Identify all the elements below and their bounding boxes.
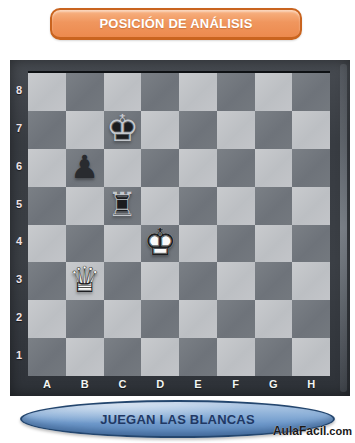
square-d2 <box>141 300 179 338</box>
square-a7 <box>28 111 66 149</box>
square-g2 <box>255 300 293 338</box>
square-h8 <box>292 73 330 111</box>
analysis-position-banner[interactable]: POSICIÓN DE ANÁLISIS <box>50 8 302 40</box>
square-c4 <box>104 225 142 263</box>
square-b2 <box>66 300 104 338</box>
square-a1 <box>28 338 66 376</box>
black-king: ♚♔ <box>104 111 142 149</box>
square-c2 <box>104 300 142 338</box>
square-b5 <box>66 187 104 225</box>
square-e2 <box>179 300 217 338</box>
white-king: ♚♔ <box>141 225 179 263</box>
square-b3: ♛♕ <box>66 262 104 300</box>
square-g8 <box>255 73 293 111</box>
square-c5: ♜♖ <box>104 187 142 225</box>
square-d1 <box>141 338 179 376</box>
square-a8 <box>28 73 66 111</box>
square-c7: ♚♔ <box>104 111 142 149</box>
brand-suffix: .com <box>326 425 352 437</box>
aulafacil-brand: AulaFacil.com <box>273 424 352 438</box>
square-g3 <box>255 262 293 300</box>
square-b7 <box>66 111 104 149</box>
square-h6 <box>292 149 330 187</box>
square-f1 <box>217 338 255 376</box>
chess-board-frame: 87654321 ♚♔♟♜♖♚♔♛♕ ABCDEFGH <box>10 60 350 396</box>
square-d5 <box>141 187 179 225</box>
square-d3 <box>141 262 179 300</box>
square-a6 <box>28 149 66 187</box>
square-g1 <box>255 338 293 376</box>
file-label-h: H <box>292 374 330 394</box>
square-h4 <box>292 225 330 263</box>
square-c1 <box>104 338 142 376</box>
square-g6 <box>255 149 293 187</box>
file-label-a: A <box>28 374 66 394</box>
square-e6 <box>179 149 217 187</box>
rank-labels: 87654321 <box>10 71 28 374</box>
square-d7 <box>141 111 179 149</box>
file-label-d: D <box>141 374 179 394</box>
square-e3 <box>179 262 217 300</box>
black-rook: ♜♖ <box>104 187 142 225</box>
square-f6 <box>217 149 255 187</box>
square-e4 <box>179 225 217 263</box>
file-label-e: E <box>179 374 217 394</box>
square-h3 <box>292 262 330 300</box>
square-f5 <box>217 187 255 225</box>
square-d4: ♚♔ <box>141 225 179 263</box>
white-queen: ♛♕ <box>66 262 104 300</box>
rank-label-6: 6 <box>10 147 28 185</box>
square-f7 <box>217 111 255 149</box>
square-b1 <box>66 338 104 376</box>
square-d6 <box>141 149 179 187</box>
square-g5 <box>255 187 293 225</box>
file-label-g: G <box>255 374 293 394</box>
square-e8 <box>179 73 217 111</box>
rank-label-3: 3 <box>10 260 28 298</box>
square-a5 <box>28 187 66 225</box>
square-h5 <box>292 187 330 225</box>
square-b4 <box>66 225 104 263</box>
square-a2 <box>28 300 66 338</box>
square-f3 <box>217 262 255 300</box>
square-e1 <box>179 338 217 376</box>
square-g7 <box>255 111 293 149</box>
rank-label-4: 4 <box>10 223 28 261</box>
square-e7 <box>179 111 217 149</box>
brand-name: AulaFacil <box>273 424 326 438</box>
square-a3 <box>28 262 66 300</box>
square-b6: ♟ <box>66 149 104 187</box>
square-c3 <box>104 262 142 300</box>
square-f4 <box>217 225 255 263</box>
square-c8 <box>104 73 142 111</box>
square-h1 <box>292 338 330 376</box>
file-label-b: B <box>66 374 104 394</box>
black-pawn: ♟ <box>66 149 104 187</box>
rank-label-8: 8 <box>10 71 28 109</box>
square-d8 <box>141 73 179 111</box>
square-h7 <box>292 111 330 149</box>
rank-label-5: 5 <box>10 185 28 223</box>
rank-label-7: 7 <box>10 109 28 147</box>
rank-label-1: 1 <box>10 336 28 374</box>
file-labels: ABCDEFGH <box>28 374 330 394</box>
square-b8 <box>66 73 104 111</box>
rank-label-2: 2 <box>10 298 28 336</box>
square-c6 <box>104 149 142 187</box>
square-e5 <box>179 187 217 225</box>
file-label-f: F <box>217 374 255 394</box>
chess-board: ♚♔♟♜♖♚♔♛♕ <box>28 71 330 376</box>
square-f8 <box>217 73 255 111</box>
square-g4 <box>255 225 293 263</box>
file-label-c: C <box>104 374 142 394</box>
square-a4 <box>28 225 66 263</box>
square-h2 <box>292 300 330 338</box>
square-f2 <box>217 300 255 338</box>
